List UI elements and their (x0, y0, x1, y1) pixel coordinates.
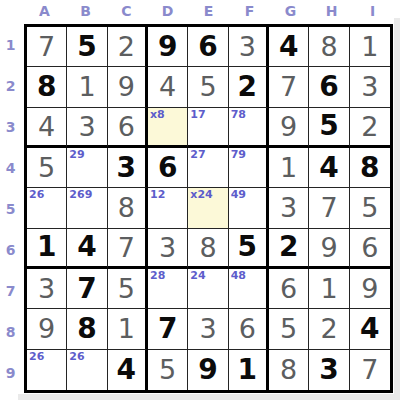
solved-digit-A7: 3 (38, 275, 55, 302)
solved-digit-A8: 9 (38, 315, 55, 342)
given-digit-G1: 4 (279, 33, 298, 61)
cell-I7[interactable]: 9 (350, 269, 390, 309)
cell-D3[interactable]: x8 (148, 108, 188, 148)
cell-G5[interactable]: 3 (269, 188, 309, 228)
cell-H1[interactable]: 8 (309, 27, 349, 67)
cell-H8[interactable]: 2 (309, 309, 349, 349)
column-label-E: E (188, 2, 229, 20)
cell-H6[interactable]: 9 (309, 229, 349, 269)
cell-C8[interactable]: 1 (108, 309, 148, 349)
cell-D6[interactable]: 3 (148, 229, 188, 269)
cell-I8[interactable]: 4 (350, 309, 390, 349)
row-label-3: 3 (0, 106, 21, 147)
pencil-marks-F3: 78 (231, 109, 246, 121)
column-label-B: B (65, 2, 106, 20)
solved-digit-I5: 5 (361, 194, 378, 221)
cell-D8[interactable]: 7 (148, 309, 188, 349)
cell-C3[interactable]: 6 (108, 108, 148, 148)
solved-digit-B2: 1 (78, 73, 95, 100)
pencil-marks-E3: 17 (190, 109, 205, 121)
given-digit-H2: 6 (319, 73, 338, 101)
pencil-marks-F5: 49 (231, 189, 246, 201)
given-digit-D8: 7 (158, 315, 177, 343)
cell-I9[interactable]: 7 (350, 350, 390, 390)
given-digit-B8: 8 (77, 315, 96, 343)
cell-A1[interactable]: 7 (27, 27, 67, 67)
solved-digit-H1: 8 (320, 33, 337, 60)
pencil-marks-B5: 269 (69, 189, 92, 201)
given-digit-F6: 5 (238, 233, 257, 261)
pencil-marks-F7: 48 (231, 270, 246, 282)
solved-digit-G3: 9 (280, 113, 297, 140)
cell-I5[interactable]: 5 (350, 188, 390, 228)
solved-digit-C6: 7 (118, 234, 135, 261)
given-digit-B7: 7 (77, 275, 96, 303)
cell-I2[interactable]: 3 (350, 67, 390, 107)
cell-D9[interactable]: 5 (148, 350, 188, 390)
given-digit-E9: 9 (198, 356, 217, 384)
solved-digit-C2: 9 (118, 73, 135, 100)
cell-F6[interactable]: 5 (229, 229, 269, 269)
column-label-G: G (270, 2, 311, 20)
window-edge-right (394, 18, 400, 400)
cell-C6[interactable]: 7 (108, 229, 148, 269)
cell-E4[interactable]: 27 (188, 148, 228, 188)
cell-E1[interactable]: 6 (188, 27, 228, 67)
solved-digit-H8: 2 (320, 315, 337, 342)
cell-B5[interactable]: 269 (67, 188, 107, 228)
solved-digit-C1: 2 (118, 33, 135, 60)
column-label-D: D (147, 2, 188, 20)
solved-digit-A1: 7 (38, 33, 55, 60)
cell-F3[interactable]: 78 (229, 108, 269, 148)
cell-G6[interactable]: 2 (269, 229, 309, 269)
given-digit-D4: 6 (158, 154, 177, 182)
row-label-6: 6 (0, 229, 21, 270)
sudoku-grid: 752963481819452763436x817789525293627791… (24, 24, 393, 393)
given-digit-I4: 8 (360, 154, 379, 182)
column-label-A: A (24, 2, 65, 20)
column-labels: ABCDEFGHI (24, 2, 393, 20)
cell-E7[interactable]: 24 (188, 269, 228, 309)
solved-digit-I2: 3 (361, 73, 378, 100)
cell-F9[interactable]: 1 (229, 350, 269, 390)
solved-digit-G5: 3 (280, 194, 297, 221)
cell-E3[interactable]: 17 (188, 108, 228, 148)
cell-E2[interactable]: 5 (188, 67, 228, 107)
given-digit-B1: 5 (77, 33, 96, 61)
column-label-H: H (311, 2, 352, 20)
solved-digit-B3: 3 (78, 113, 95, 140)
cell-A7[interactable]: 3 (27, 269, 67, 309)
cell-I3[interactable]: 2 (350, 108, 390, 148)
solved-digit-G7: 6 (280, 275, 297, 302)
cell-B4[interactable]: 29 (67, 148, 107, 188)
cell-E5[interactable]: x24 (188, 188, 228, 228)
given-digit-C4: 3 (117, 154, 136, 182)
cell-H2[interactable]: 6 (309, 67, 349, 107)
solved-digit-D2: 4 (159, 73, 176, 100)
cell-H9[interactable]: 3 (309, 350, 349, 390)
solved-digit-G9: 8 (280, 356, 297, 383)
pencil-marks-B4: 29 (69, 149, 84, 161)
cell-A4[interactable]: 5 (27, 148, 67, 188)
cell-E6[interactable]: 8 (188, 229, 228, 269)
window-edge-bottom (18, 394, 400, 400)
cell-I1[interactable]: 1 (350, 27, 390, 67)
cell-G4[interactable]: 1 (269, 148, 309, 188)
given-digit-A6: 1 (37, 233, 56, 261)
cell-G7[interactable]: 6 (269, 269, 309, 309)
cell-A2[interactable]: 8 (27, 67, 67, 107)
solved-digit-G4: 1 (280, 154, 297, 181)
solved-digit-C8: 1 (118, 315, 135, 342)
solved-digit-I3: 2 (361, 113, 378, 140)
solved-digit-I7: 9 (361, 275, 378, 302)
solved-digit-I1: 1 (361, 33, 378, 60)
cell-I4[interactable]: 8 (350, 148, 390, 188)
pencil-marks-D5: 12 (150, 189, 165, 201)
cell-F8[interactable]: 6 (229, 309, 269, 349)
solved-digit-A3: 4 (38, 113, 55, 140)
given-digit-F9: 1 (238, 356, 257, 384)
cell-H4[interactable]: 4 (309, 148, 349, 188)
given-digit-B6: 4 (77, 233, 96, 261)
cell-D2[interactable]: 4 (148, 67, 188, 107)
cell-C9[interactable]: 4 (108, 350, 148, 390)
cell-B3[interactable]: 3 (67, 108, 107, 148)
pencil-marks-E4: 27 (190, 149, 205, 161)
pencil-marks-B9: 26 (69, 351, 84, 363)
cell-D7[interactable]: 28 (148, 269, 188, 309)
cell-H5[interactable]: 7 (309, 188, 349, 228)
pencil-marks-A9: 26 (29, 351, 44, 363)
given-digit-H9: 3 (319, 356, 338, 384)
cell-B2[interactable]: 1 (67, 67, 107, 107)
cell-B1[interactable]: 5 (67, 27, 107, 67)
cell-G2[interactable]: 7 (269, 67, 309, 107)
solved-digit-I6: 6 (361, 234, 378, 261)
cell-C5[interactable]: 8 (108, 188, 148, 228)
cell-G8[interactable]: 5 (269, 309, 309, 349)
row-label-2: 2 (0, 65, 21, 106)
cell-A3[interactable]: 4 (27, 108, 67, 148)
cell-B7[interactable]: 7 (67, 269, 107, 309)
cell-C1[interactable]: 2 (108, 27, 148, 67)
given-digit-E1: 6 (198, 33, 217, 61)
given-digit-H4: 4 (319, 154, 338, 182)
row-label-5: 5 (0, 188, 21, 229)
solved-digit-G8: 5 (280, 315, 297, 342)
solved-digit-H6: 9 (320, 234, 337, 261)
cell-F5[interactable]: 49 (229, 188, 269, 228)
cell-F4[interactable]: 79 (229, 148, 269, 188)
cell-D5[interactable]: 12 (148, 188, 188, 228)
solved-digit-C7: 5 (118, 275, 135, 302)
row-labels: 123456789 (0, 24, 21, 393)
solved-digit-H7: 1 (320, 275, 337, 302)
solved-digit-E8: 3 (199, 315, 216, 342)
given-digit-H3: 5 (319, 112, 338, 140)
cell-H3[interactable]: 5 (309, 108, 349, 148)
solved-digit-F1: 3 (239, 33, 256, 60)
given-digit-C9: 4 (117, 356, 136, 384)
given-digit-A2: 8 (37, 73, 56, 101)
cell-B8[interactable]: 8 (67, 309, 107, 349)
cell-F7[interactable]: 48 (229, 269, 269, 309)
row-label-1: 1 (0, 24, 21, 65)
cell-F2[interactable]: 2 (229, 67, 269, 107)
solved-digit-I9: 7 (361, 356, 378, 383)
pencil-marks-D3: x8 (150, 109, 165, 121)
cell-A5[interactable]: 26 (27, 188, 67, 228)
row-label-4: 4 (0, 147, 21, 188)
solved-digit-H5: 7 (320, 194, 337, 221)
solved-digit-C5: 8 (118, 194, 135, 221)
cell-F1[interactable]: 3 (229, 27, 269, 67)
cell-H7[interactable]: 1 (309, 269, 349, 309)
cell-A9[interactable]: 26 (27, 350, 67, 390)
sudoku-app: ABCDEFGHI 123456789 75296348181945276343… (0, 0, 400, 400)
given-digit-I8: 4 (360, 315, 379, 343)
cell-A8[interactable]: 9 (27, 309, 67, 349)
cell-E9[interactable]: 9 (188, 350, 228, 390)
row-label-9: 9 (0, 352, 21, 393)
cell-A6[interactable]: 1 (27, 229, 67, 269)
solved-digit-C3: 6 (118, 113, 135, 140)
given-digit-F2: 2 (238, 73, 257, 101)
pencil-marks-D7: 28 (150, 270, 165, 282)
cell-C2[interactable]: 9 (108, 67, 148, 107)
column-label-I: I (352, 2, 393, 20)
row-label-7: 7 (0, 270, 21, 311)
cell-C7[interactable]: 5 (108, 269, 148, 309)
cell-C4[interactable]: 3 (108, 148, 148, 188)
given-digit-D1: 9 (158, 33, 177, 61)
solved-digit-G2: 7 (280, 73, 297, 100)
solved-digit-F8: 6 (239, 315, 256, 342)
cell-G1[interactable]: 4 (269, 27, 309, 67)
solved-digit-A4: 5 (38, 154, 55, 181)
solved-digit-D9: 5 (159, 356, 176, 383)
row-label-8: 8 (0, 311, 21, 352)
cell-E8[interactable]: 3 (188, 309, 228, 349)
pencil-marks-E5: x24 (190, 189, 212, 201)
cell-G3[interactable]: 9 (269, 108, 309, 148)
cell-D4[interactable]: 6 (148, 148, 188, 188)
column-label-C: C (106, 2, 147, 20)
pencil-marks-A5: 26 (29, 189, 44, 201)
cell-B6[interactable]: 4 (67, 229, 107, 269)
cell-B9[interactable]: 26 (67, 350, 107, 390)
solved-digit-D6: 3 (159, 234, 176, 261)
cell-G9[interactable]: 8 (269, 350, 309, 390)
column-label-F: F (229, 2, 270, 20)
cell-I6[interactable]: 6 (350, 229, 390, 269)
solved-digit-E6: 8 (199, 234, 216, 261)
given-digit-G6: 2 (279, 233, 298, 261)
solved-digit-E2: 5 (199, 73, 216, 100)
cell-D1[interactable]: 9 (148, 27, 188, 67)
pencil-marks-E7: 24 (190, 270, 205, 282)
pencil-marks-F4: 79 (231, 149, 246, 161)
